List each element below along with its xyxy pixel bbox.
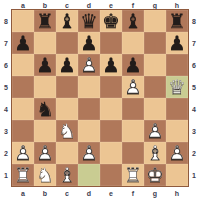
rank-label-4: 4 xyxy=(0,98,12,120)
file-label-g: g xyxy=(144,2,166,9)
piece-outline: ♖ xyxy=(122,164,144,186)
piece-glyph: ♝ xyxy=(122,10,144,32)
black-pawn: ♟︎ xyxy=(166,32,188,54)
piece-glyph: ♟︎ xyxy=(166,32,188,54)
square-g3[interactable]: ♟︎♙︎ xyxy=(144,120,166,142)
square-f1[interactable]: ♜♖ xyxy=(122,164,144,186)
square-h6[interactable] xyxy=(166,54,188,76)
white-knight: ♞♘ xyxy=(56,120,78,142)
file-label-h: h xyxy=(166,190,188,197)
chess-diagram: abcdefgh 87654321 ♜♝♛♚♝♜♟︎♟︎♟︎♟︎♟︎♟︎♙︎♟︎… xyxy=(0,0,200,200)
file-label-h: h xyxy=(166,2,188,9)
piece-outline: ♗ xyxy=(56,164,78,186)
rank-label-8: 8 xyxy=(0,10,12,32)
black-bishop: ♝ xyxy=(122,10,144,32)
piece-glyph: ♛ xyxy=(78,10,100,32)
piece-glyph: ♞ xyxy=(34,98,56,120)
white-rook: ♜♖ xyxy=(122,164,144,186)
piece-outline: ♙︎ xyxy=(34,142,56,164)
rank-label-3: 3 xyxy=(0,120,12,142)
square-c8[interactable]: ♝ xyxy=(56,10,78,32)
square-d6[interactable]: ♟︎♙︎ xyxy=(78,54,100,76)
rank-label-8: 8 xyxy=(188,10,200,32)
file-label-a: a xyxy=(12,190,34,197)
square-e8[interactable]: ♚ xyxy=(100,10,122,32)
rank-label-5: 5 xyxy=(0,76,12,98)
square-e2[interactable] xyxy=(100,142,122,164)
piece-outline: ♗ xyxy=(144,142,166,164)
square-b2[interactable]: ♟︎♙︎ xyxy=(34,142,56,164)
square-f3[interactable] xyxy=(122,120,144,142)
file-label-d: d xyxy=(78,190,100,197)
square-c6[interactable]: ♟︎ xyxy=(56,54,78,76)
square-a6[interactable] xyxy=(12,54,34,76)
white-pawn: ♟︎♙︎ xyxy=(78,142,100,164)
board: ♜♝♛♚♝♜♟︎♟︎♟︎♟︎♟︎♟︎♙︎♟︎♟︎♟︎♙︎♛♕♞♞♘♟︎♙︎♟︎♙… xyxy=(12,10,188,186)
square-b5[interactable] xyxy=(34,76,56,98)
square-f2[interactable] xyxy=(122,142,144,164)
square-e4[interactable] xyxy=(100,98,122,120)
piece-outline: ♙︎ xyxy=(144,120,166,142)
piece-outline: ♔ xyxy=(144,164,166,186)
rank-label-7: 7 xyxy=(188,32,200,54)
black-queen: ♛ xyxy=(78,10,100,32)
square-b8[interactable]: ♜ xyxy=(34,10,56,32)
piece-outline: ♘ xyxy=(34,164,56,186)
white-pawn: ♟︎♙︎ xyxy=(34,142,56,164)
square-a4[interactable] xyxy=(12,98,34,120)
piece-outline: ♙︎ xyxy=(12,142,34,164)
piece-outline: ♙︎ xyxy=(166,142,188,164)
file-label-c: c xyxy=(56,190,78,197)
rank-label-6: 6 xyxy=(188,54,200,76)
square-a7[interactable]: ♟︎ xyxy=(12,32,34,54)
square-g4[interactable] xyxy=(144,98,166,120)
piece-glyph: ♝ xyxy=(56,10,78,32)
rank-label-1: 1 xyxy=(188,164,200,186)
piece-outline: ♙︎ xyxy=(78,54,100,76)
file-label-d: d xyxy=(78,2,100,9)
white-pawn: ♟︎♙︎ xyxy=(166,142,188,164)
square-g1[interactable]: ♚♔ xyxy=(144,164,166,186)
rank-label-6: 6 xyxy=(0,54,12,76)
square-c5[interactable] xyxy=(56,76,78,98)
white-bishop: ♝♗ xyxy=(144,142,166,164)
white-king: ♚♔ xyxy=(144,164,166,186)
black-pawn: ♟︎ xyxy=(122,54,144,76)
square-b3[interactable] xyxy=(34,120,56,142)
piece-glyph: ♟︎ xyxy=(100,54,122,76)
square-f4[interactable] xyxy=(122,98,144,120)
piece-glyph: ♜ xyxy=(166,10,188,32)
square-e6[interactable]: ♟︎ xyxy=(100,54,122,76)
piece-glyph: ♜ xyxy=(34,10,56,32)
piece-outline: ♙︎ xyxy=(122,76,144,98)
black-pawn: ♟︎ xyxy=(78,32,100,54)
square-b6[interactable]: ♟︎ xyxy=(34,54,56,76)
rank-label-5: 5 xyxy=(188,76,200,98)
square-a3[interactable] xyxy=(12,120,34,142)
square-c2[interactable] xyxy=(56,142,78,164)
black-pawn: ♟︎ xyxy=(12,32,34,54)
piece-outline: ♖ xyxy=(12,164,34,186)
rank-labels-left: 87654321 xyxy=(0,10,12,186)
rank-label-2: 2 xyxy=(0,142,12,164)
square-a8[interactable] xyxy=(12,10,34,32)
file-label-e: e xyxy=(100,190,122,197)
piece-outline: ♘ xyxy=(56,120,78,142)
piece-glyph: ♟︎ xyxy=(12,32,34,54)
white-rook: ♜♖ xyxy=(12,164,34,186)
piece-glyph: ♚ xyxy=(100,10,122,32)
square-f6[interactable]: ♟︎ xyxy=(122,54,144,76)
piece-glyph: ♟︎ xyxy=(78,32,100,54)
rank-label-7: 7 xyxy=(0,32,12,54)
square-h5[interactable]: ♛♕ xyxy=(166,76,188,98)
white-pawn: ♟︎♙︎ xyxy=(78,54,100,76)
file-label-b: b xyxy=(34,2,56,9)
piece-glyph: ♟︎ xyxy=(34,54,56,76)
square-d7[interactable]: ♟︎ xyxy=(78,32,100,54)
square-b1[interactable]: ♞♘ xyxy=(34,164,56,186)
file-label-f: f xyxy=(122,190,144,197)
file-labels-bottom: abcdefgh xyxy=(12,186,188,200)
square-f5[interactable]: ♟︎♙︎ xyxy=(122,76,144,98)
black-pawn: ♟︎ xyxy=(34,54,56,76)
piece-outline: ♕ xyxy=(166,76,188,98)
square-e5[interactable] xyxy=(100,76,122,98)
file-label-c: c xyxy=(56,2,78,9)
square-f8[interactable]: ♝ xyxy=(122,10,144,32)
square-a2[interactable]: ♟︎♙︎ xyxy=(12,142,34,164)
black-rook: ♜ xyxy=(166,10,188,32)
square-e1[interactable] xyxy=(100,164,122,186)
rank-label-2: 2 xyxy=(188,142,200,164)
square-g5[interactable] xyxy=(144,76,166,98)
file-label-a: a xyxy=(12,2,34,9)
white-pawn: ♟︎♙︎ xyxy=(122,76,144,98)
square-d8[interactable]: ♛ xyxy=(78,10,100,32)
square-b4[interactable]: ♞ xyxy=(34,98,56,120)
black-knight: ♞ xyxy=(34,98,56,120)
piece-glyph: ♟︎ xyxy=(122,54,144,76)
white-queen: ♛♕ xyxy=(166,76,188,98)
square-d2[interactable]: ♟︎♙︎ xyxy=(78,142,100,164)
square-d3[interactable] xyxy=(78,120,100,142)
square-c3[interactable]: ♞♘ xyxy=(56,120,78,142)
square-g8[interactable] xyxy=(144,10,166,32)
black-pawn: ♟︎ xyxy=(100,54,122,76)
square-f7[interactable] xyxy=(122,32,144,54)
rank-label-3: 3 xyxy=(188,120,200,142)
piece-outline: ♙︎ xyxy=(78,142,100,164)
square-a1[interactable]: ♜♖ xyxy=(12,164,34,186)
square-e3[interactable] xyxy=(100,120,122,142)
rank-label-4: 4 xyxy=(188,98,200,120)
white-pawn: ♟︎♙︎ xyxy=(12,142,34,164)
black-rook: ♜ xyxy=(34,10,56,32)
square-g6[interactable] xyxy=(144,54,166,76)
rank-labels-right: 87654321 xyxy=(188,10,200,186)
square-h4[interactable] xyxy=(166,98,188,120)
square-c7[interactable] xyxy=(56,32,78,54)
white-pawn: ♟︎♙︎ xyxy=(144,120,166,142)
square-h1[interactable] xyxy=(166,164,188,186)
square-h3[interactable] xyxy=(166,120,188,142)
white-knight: ♞♘ xyxy=(34,164,56,186)
square-a5[interactable] xyxy=(12,76,34,98)
square-d1[interactable] xyxy=(78,164,100,186)
black-pawn: ♟︎ xyxy=(56,54,78,76)
file-label-b: b xyxy=(34,190,56,197)
black-bishop: ♝ xyxy=(56,10,78,32)
square-d5[interactable] xyxy=(78,76,100,98)
black-king: ♚ xyxy=(100,10,122,32)
square-b7[interactable] xyxy=(34,32,56,54)
rank-label-1: 1 xyxy=(0,164,12,186)
white-bishop: ♝♗ xyxy=(56,164,78,186)
square-h7[interactable]: ♟︎ xyxy=(166,32,188,54)
file-label-f: f xyxy=(122,2,144,9)
file-label-g: g xyxy=(144,190,166,197)
square-c4[interactable] xyxy=(56,98,78,120)
square-d4[interactable] xyxy=(78,98,100,120)
square-e7[interactable] xyxy=(100,32,122,54)
square-h8[interactable]: ♜ xyxy=(166,10,188,32)
square-g7[interactable] xyxy=(144,32,166,54)
square-c1[interactable]: ♝♗ xyxy=(56,164,78,186)
piece-glyph: ♟︎ xyxy=(56,54,78,76)
square-g2[interactable]: ♝♗ xyxy=(144,142,166,164)
file-label-e: e xyxy=(100,2,122,9)
square-h2[interactable]: ♟︎♙︎ xyxy=(166,142,188,164)
